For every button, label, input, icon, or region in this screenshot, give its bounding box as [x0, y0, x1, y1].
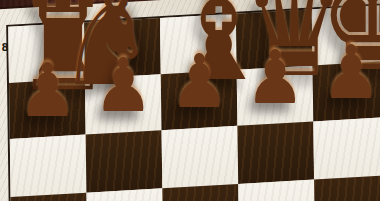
square-d5[interactable]	[238, 180, 315, 201]
table-background: 8 ♜♞♝♛♚♟♟♟♟♟	[0, 0, 380, 201]
square-e6[interactable]	[313, 117, 380, 179]
board-frame: 8 ♜♞♝♛♚♟♟♟♟♟	[0, 0, 380, 201]
square-d7[interactable]: ♟	[237, 65, 314, 125]
chess-board: ♜♞♝♛♚♟♟♟♟♟	[6, 0, 380, 201]
square-b6[interactable]	[86, 130, 163, 192]
square-c6[interactable]	[162, 126, 239, 188]
piece-black-pawn-b7[interactable]: ♟	[89, 48, 157, 122]
square-c7[interactable]: ♟	[161, 70, 238, 130]
square-d6[interactable]	[237, 121, 314, 183]
piece-black-pawn-e7[interactable]: ♟	[317, 35, 380, 109]
square-a6[interactable]	[10, 135, 87, 197]
piece-black-pawn-d7[interactable]: ♟	[241, 40, 309, 114]
board-3d-wrap: 8 ♜♞♝♛♚♟♟♟♟♟	[0, 0, 380, 201]
rank-label-8: 8	[2, 42, 9, 53]
piece-black-pawn-a7[interactable]: ♟	[13, 53, 81, 127]
square-e7[interactable]: ♟	[312, 61, 380, 121]
square-a7[interactable]: ♟	[9, 79, 86, 139]
square-e5[interactable]	[314, 175, 380, 201]
piece-black-pawn-c7[interactable]: ♟	[165, 44, 233, 118]
square-b7[interactable]: ♟	[85, 74, 162, 134]
